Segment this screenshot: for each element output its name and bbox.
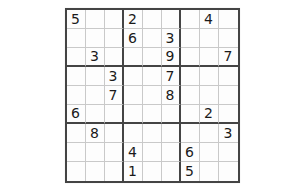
sudoku-cell-r7c1[interactable]	[67, 124, 86, 143]
sudoku-cell-r2c4: 6	[124, 29, 143, 48]
sudoku-cell-r5c3: 7	[105, 86, 124, 105]
sudoku-cell-r9c9[interactable]	[219, 162, 238, 181]
sudoku-cell-r6c3[interactable]	[105, 105, 124, 124]
sudoku-cell-r8c2[interactable]	[86, 143, 105, 162]
sudoku-cell-r3c4[interactable]	[124, 48, 143, 67]
sudoku-cell-r1c6[interactable]	[162, 10, 181, 29]
sudoku-board: 52463397377862834615	[65, 8, 240, 183]
sudoku-cell-r8c8[interactable]	[200, 143, 219, 162]
sudoku-page: 52463397377862834615	[0, 0, 304, 190]
sudoku-cell-r3c1[interactable]	[67, 48, 86, 67]
sudoku-cell-r7c8[interactable]	[200, 124, 219, 143]
sudoku-cell-r7c5[interactable]	[143, 124, 162, 143]
sudoku-cell-r1c3[interactable]	[105, 10, 124, 29]
sudoku-cell-r9c3[interactable]	[105, 162, 124, 181]
sudoku-cell-r5c4[interactable]	[124, 86, 143, 105]
sudoku-cell-r6c7[interactable]	[181, 105, 200, 124]
sudoku-cell-r3c2: 3	[86, 48, 105, 67]
sudoku-cell-r6c6[interactable]	[162, 105, 181, 124]
sudoku-cell-r4c9[interactable]	[219, 67, 238, 86]
sudoku-cell-r8c3[interactable]	[105, 143, 124, 162]
sudoku-cell-r1c4: 2	[124, 10, 143, 29]
sudoku-cell-r2c5[interactable]	[143, 29, 162, 48]
sudoku-cell-r6c8: 2	[200, 105, 219, 124]
sudoku-cell-r7c2: 8	[86, 124, 105, 143]
sudoku-cell-r7c3[interactable]	[105, 124, 124, 143]
sudoku-cell-r3c9: 7	[219, 48, 238, 67]
sudoku-cell-r8c4: 4	[124, 143, 143, 162]
sudoku-cell-r4c5[interactable]	[143, 67, 162, 86]
sudoku-cell-r3c3[interactable]	[105, 48, 124, 67]
sudoku-cell-r9c1[interactable]	[67, 162, 86, 181]
sudoku-cell-r7c6[interactable]	[162, 124, 181, 143]
sudoku-cell-r8c5[interactable]	[143, 143, 162, 162]
sudoku-cell-r8c9[interactable]	[219, 143, 238, 162]
sudoku-cell-r2c1[interactable]	[67, 29, 86, 48]
sudoku-cell-r9c8[interactable]	[200, 162, 219, 181]
sudoku-cell-r3c6: 9	[162, 48, 181, 67]
sudoku-cell-r5c7[interactable]	[181, 86, 200, 105]
sudoku-cell-r2c8[interactable]	[200, 29, 219, 48]
sudoku-cell-r6c9[interactable]	[219, 105, 238, 124]
sudoku-cell-r7c9: 3	[219, 124, 238, 143]
sudoku-cell-r3c8[interactable]	[200, 48, 219, 67]
sudoku-cell-r4c6: 7	[162, 67, 181, 86]
sudoku-cell-r7c4[interactable]	[124, 124, 143, 143]
sudoku-cell-r2c7[interactable]	[181, 29, 200, 48]
sudoku-cell-r8c6[interactable]	[162, 143, 181, 162]
sudoku-cell-r2c3[interactable]	[105, 29, 124, 48]
sudoku-cell-r4c3: 3	[105, 67, 124, 86]
sudoku-cell-r2c9[interactable]	[219, 29, 238, 48]
sudoku-cell-r1c1: 5	[67, 10, 86, 29]
sudoku-cell-r1c7[interactable]	[181, 10, 200, 29]
sudoku-cell-r1c9[interactable]	[219, 10, 238, 29]
sudoku-cell-r9c2[interactable]	[86, 162, 105, 181]
sudoku-cell-r5c5[interactable]	[143, 86, 162, 105]
sudoku-cell-r6c5[interactable]	[143, 105, 162, 124]
sudoku-cell-r3c7[interactable]	[181, 48, 200, 67]
sudoku-cell-r9c5[interactable]	[143, 162, 162, 181]
sudoku-cell-r2c6: 3	[162, 29, 181, 48]
sudoku-cell-r1c5[interactable]	[143, 10, 162, 29]
sudoku-cell-r4c4[interactable]	[124, 67, 143, 86]
sudoku-cell-r9c6[interactable]	[162, 162, 181, 181]
sudoku-cell-r6c2[interactable]	[86, 105, 105, 124]
sudoku-cell-r4c7[interactable]	[181, 67, 200, 86]
sudoku-cell-r9c7: 5	[181, 162, 200, 181]
sudoku-cell-r9c4: 1	[124, 162, 143, 181]
sudoku-cell-r1c8: 4	[200, 10, 219, 29]
sudoku-cell-r8c7: 6	[181, 143, 200, 162]
sudoku-cell-r5c9[interactable]	[219, 86, 238, 105]
sudoku-cell-r7c7[interactable]	[181, 124, 200, 143]
sudoku-cell-r4c2[interactable]	[86, 67, 105, 86]
sudoku-cell-r4c8[interactable]	[200, 67, 219, 86]
sudoku-cell-r5c1[interactable]	[67, 86, 86, 105]
sudoku-cell-r6c1: 6	[67, 105, 86, 124]
sudoku-cell-r5c2[interactable]	[86, 86, 105, 105]
sudoku-cell-r2c2[interactable]	[86, 29, 105, 48]
sudoku-cell-r4c1[interactable]	[67, 67, 86, 86]
sudoku-cell-r5c6: 8	[162, 86, 181, 105]
sudoku-cell-r5c8[interactable]	[200, 86, 219, 105]
sudoku-cell-r1c2[interactable]	[86, 10, 105, 29]
sudoku-cell-r3c5[interactable]	[143, 48, 162, 67]
sudoku-cell-r8c1[interactable]	[67, 143, 86, 162]
sudoku-cell-r6c4[interactable]	[124, 105, 143, 124]
